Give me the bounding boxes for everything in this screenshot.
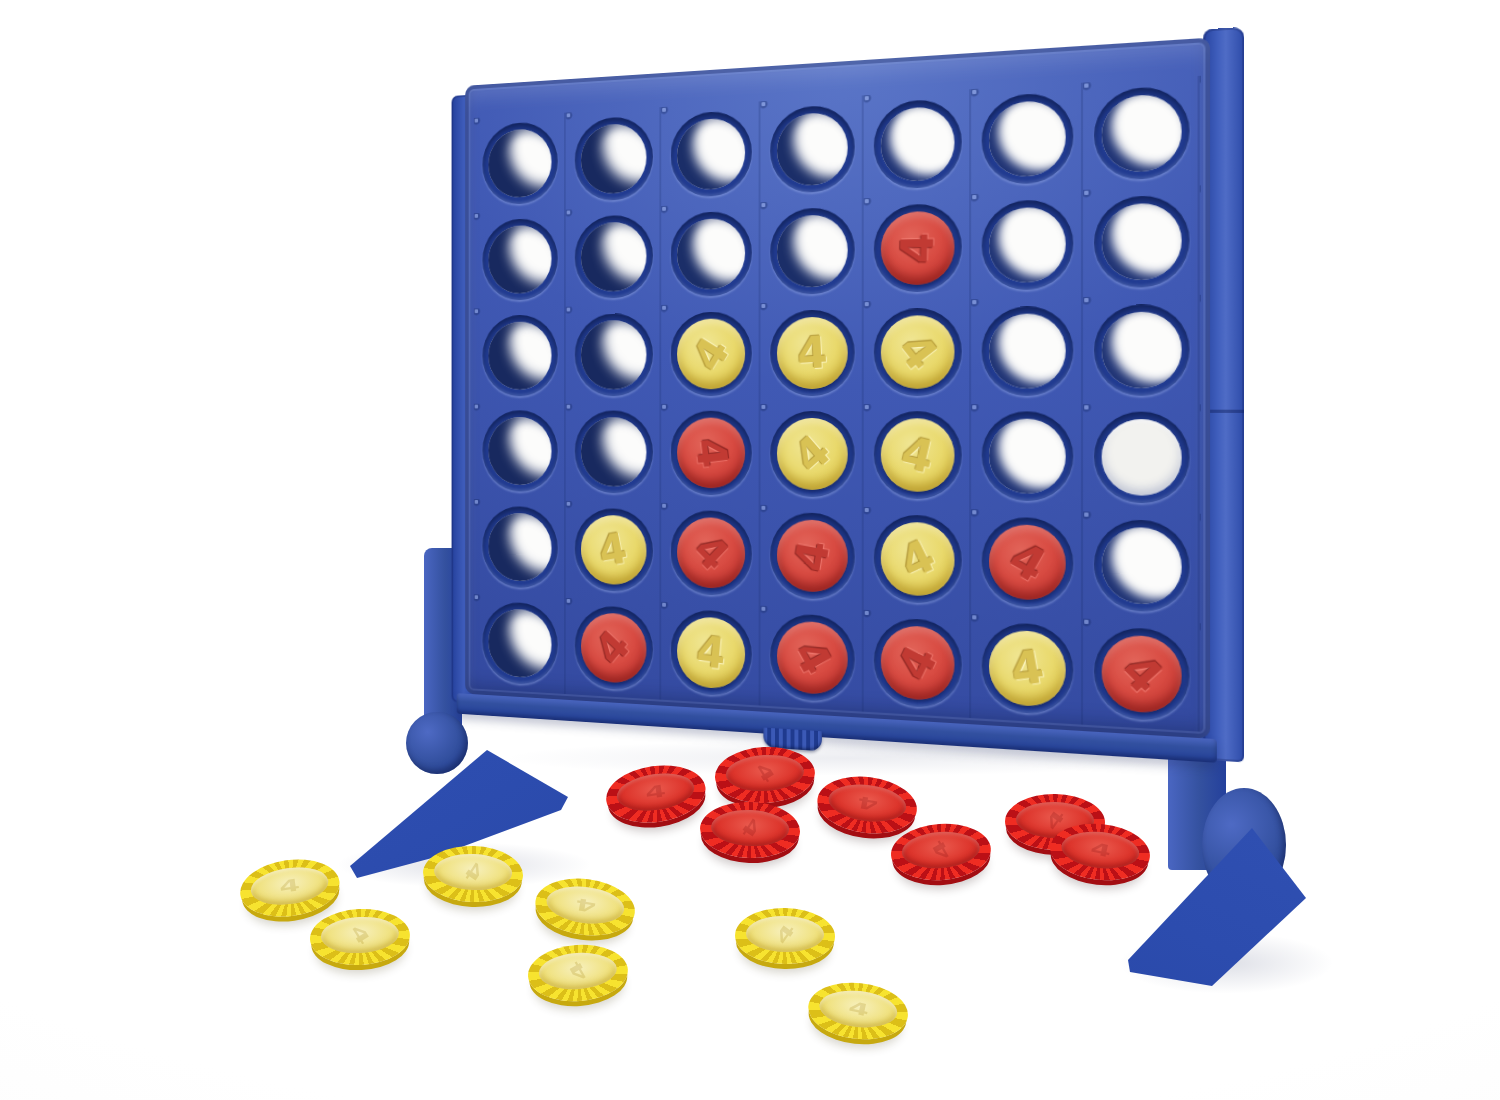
cell-r3c1[interactable] xyxy=(474,306,566,403)
cell-r5c3[interactable]: 4 xyxy=(662,502,761,605)
cell-r1c1[interactable] xyxy=(474,113,566,213)
chip-serrated-rim xyxy=(699,800,801,859)
loose-disc-red[interactable]: 4 xyxy=(713,742,816,809)
chip-serrated-rim xyxy=(714,744,817,805)
cell-r1c7[interactable] xyxy=(1084,76,1201,190)
yellow-disc[interactable]: 4 xyxy=(677,318,745,389)
embossed-4-glyph: 4 xyxy=(772,921,798,948)
empty-hole xyxy=(488,321,551,389)
hole-ring xyxy=(482,601,557,686)
empty-hole xyxy=(881,105,955,182)
chip-serrated-rim xyxy=(236,853,343,922)
loose-disc-yellow[interactable]: 4 xyxy=(422,842,524,907)
empty-hole xyxy=(777,111,848,186)
yellow-disc[interactable]: 4 xyxy=(881,522,955,598)
red-disc[interactable]: 4 xyxy=(677,418,745,489)
empty-hole xyxy=(777,214,848,288)
embossed-4-glyph: 4 xyxy=(752,760,777,786)
empty-hole xyxy=(1102,93,1182,173)
embossed-4-glyph: 4 xyxy=(786,634,839,681)
right-leg-pivot xyxy=(1202,788,1286,902)
cell-r6c5[interactable]: 4 xyxy=(864,609,972,718)
hole-ring xyxy=(670,110,751,198)
cell-r6c2[interactable]: 4 xyxy=(566,597,662,700)
hole-ring xyxy=(1094,194,1190,288)
hole-ring xyxy=(982,305,1074,395)
hole-ring: 4 xyxy=(982,517,1074,609)
cell-r5c7[interactable] xyxy=(1084,511,1201,623)
cell-r1c4[interactable] xyxy=(761,95,864,202)
yellow-disc[interactable]: 4 xyxy=(881,419,955,493)
embossed-4-glyph: 4 xyxy=(596,527,631,574)
chip-top-face: 4 xyxy=(544,882,626,927)
cell-r4c2[interactable] xyxy=(566,403,662,502)
embossed-4-glyph: 4 xyxy=(644,782,667,801)
hole-ring: 4 xyxy=(770,309,855,396)
loose-disc-yellow[interactable]: 4 xyxy=(308,904,411,971)
embossed-4-glyph: 4 xyxy=(278,876,301,895)
embossed-4-glyph: 4 xyxy=(846,999,870,1019)
cell-r3c3[interactable]: 4 xyxy=(662,303,761,404)
empty-hole xyxy=(488,608,551,679)
embossed-4-glyph: 4 xyxy=(928,837,953,863)
hole-ring: 4 xyxy=(874,412,962,501)
loose-disc-red[interactable]: 4 xyxy=(1047,817,1153,889)
board-front-panel: 444444444444444444 xyxy=(465,38,1210,739)
hole-ring xyxy=(770,104,855,194)
yellow-disc[interactable]: 4 xyxy=(777,316,848,389)
empty-hole xyxy=(488,417,551,486)
cell-r6c3[interactable]: 4 xyxy=(662,601,761,706)
hole-ring xyxy=(982,91,1074,185)
embossed-4-glyph: 4 xyxy=(1088,840,1112,860)
chip-serrated-rim xyxy=(1005,793,1106,851)
connect-four-photo-scene: 444444444444444444 44444444444444 xyxy=(0,0,1500,1100)
empty-hole xyxy=(488,513,551,583)
embossed-4-glyph: 4 xyxy=(894,532,942,586)
embossed-4-glyph: 4 xyxy=(460,859,485,886)
red-disc[interactable]: 4 xyxy=(989,524,1066,601)
hole-ring: 4 xyxy=(874,617,962,709)
hole-ring xyxy=(482,217,557,300)
cell-r2c6[interactable] xyxy=(972,190,1084,299)
hole-ring xyxy=(482,121,557,206)
empty-hole xyxy=(581,418,646,488)
embossed-4-glyph: 4 xyxy=(788,537,835,575)
loose-disc-yellow[interactable]: 4 xyxy=(526,940,630,1009)
empty-hole xyxy=(581,319,646,389)
cell-r3c2[interactable] xyxy=(566,305,662,404)
chip-serrated-rim xyxy=(526,942,630,1005)
cell-r2c4[interactable] xyxy=(761,198,864,303)
cell-r2c5[interactable]: 4 xyxy=(864,194,972,301)
chip-serrated-rim xyxy=(422,844,524,903)
cell-r6c6[interactable]: 4 xyxy=(972,613,1084,725)
red-disc[interactable]: 4 xyxy=(881,625,955,702)
empty-hole xyxy=(488,224,551,294)
cell-r3c6[interactable] xyxy=(972,297,1084,404)
hole-ring xyxy=(982,412,1074,502)
left-foot-shadow xyxy=(336,842,592,888)
empty-hole xyxy=(1102,419,1182,496)
yellow-disc[interactable]: 4 xyxy=(677,616,745,690)
board-grid: 444444444444444444 xyxy=(474,76,1201,732)
cell-r5c1[interactable] xyxy=(474,498,566,597)
cell-r5c2[interactable]: 4 xyxy=(566,500,662,601)
hole-ring xyxy=(874,98,962,190)
chip-top-face: 4 xyxy=(711,809,790,848)
hole-ring: 4 xyxy=(574,508,652,593)
embossed-4-glyph: 4 xyxy=(695,629,727,676)
loose-disc-yellow[interactable]: 4 xyxy=(805,976,911,1048)
chip-top-face: 4 xyxy=(725,753,805,793)
cell-r1c5[interactable] xyxy=(864,89,972,198)
red-disc[interactable]: 4 xyxy=(581,612,646,684)
hole-ring: 4 xyxy=(874,202,962,292)
empty-hole xyxy=(989,419,1066,495)
loose-disc-red[interactable]: 4 xyxy=(1004,791,1105,855)
embossed-4-glyph: 4 xyxy=(1002,535,1053,591)
loose-disc-red[interactable]: 4 xyxy=(699,798,801,863)
red-disc[interactable]: 4 xyxy=(777,519,848,593)
hole-ring xyxy=(574,115,652,201)
chip-top-face: 4 xyxy=(538,950,618,991)
loose-disc-yellow[interactable]: 4 xyxy=(236,851,344,926)
chip-serrated-rim xyxy=(735,907,836,965)
chip-serrated-rim xyxy=(602,759,709,828)
embossed-4-glyph: 4 xyxy=(1042,807,1068,834)
cell-r1c2[interactable] xyxy=(566,107,662,209)
cell-r5c6[interactable]: 4 xyxy=(972,508,1084,617)
hole-ring xyxy=(1094,519,1190,613)
embossed-4-glyph: 4 xyxy=(891,639,945,688)
hole-ring: 4 xyxy=(770,512,855,600)
cell-r4c1[interactable] xyxy=(474,403,566,500)
chip-top-face: 4 xyxy=(746,915,825,952)
embossed-4-glyph: 4 xyxy=(1007,644,1047,693)
chip-serrated-rim xyxy=(889,821,993,884)
cell-r5c5[interactable]: 4 xyxy=(864,506,972,613)
hole-ring: 4 xyxy=(670,510,751,597)
hole-ring xyxy=(482,506,557,589)
chip-top-face: 4 xyxy=(818,987,899,1031)
empty-hole xyxy=(1102,311,1182,388)
embossed-4-glyph: 4 xyxy=(686,527,736,579)
embossed-4-glyph: 4 xyxy=(1113,646,1172,702)
hole-ring xyxy=(1094,85,1190,181)
yellow-disc[interactable]: 4 xyxy=(989,629,1066,708)
cell-r2c1[interactable] xyxy=(474,210,566,309)
empty-hole xyxy=(989,313,1066,389)
red-disc[interactable]: 4 xyxy=(1102,634,1182,714)
loose-disc-red[interactable]: 4 xyxy=(814,769,921,843)
cell-r3c5[interactable]: 4 xyxy=(864,299,972,404)
hole-ring: 4 xyxy=(770,411,855,498)
embossed-4-glyph: 4 xyxy=(890,325,945,377)
hole-ring xyxy=(670,210,751,297)
hole-ring: 4 xyxy=(1094,626,1190,722)
hole-ring xyxy=(1094,412,1190,504)
cell-r1c6[interactable] xyxy=(972,83,1084,194)
cell-r4c4[interactable]: 4 xyxy=(761,403,864,506)
empty-hole xyxy=(1102,527,1182,606)
left-leg-pivot xyxy=(406,712,468,774)
connect-four-board: 444444444444444444 xyxy=(452,27,1245,773)
cell-r2c2[interactable] xyxy=(566,206,662,307)
hole-ring: 4 xyxy=(670,311,751,396)
embossed-4-glyph: 4 xyxy=(787,428,838,481)
empty-hole xyxy=(677,117,745,191)
embossed-4-glyph: 4 xyxy=(897,430,938,481)
embossed-4-glyph: 4 xyxy=(856,793,879,813)
hole-ring: 4 xyxy=(874,514,962,604)
cell-r2c7[interactable] xyxy=(1084,185,1201,297)
loose-disc-yellow[interactable]: 4 xyxy=(532,871,639,945)
red-disc[interactable]: 4 xyxy=(677,517,745,590)
hole-ring: 4 xyxy=(670,411,751,496)
hole-ring xyxy=(482,411,557,493)
chip-top-face: 4 xyxy=(826,780,908,825)
chip-serrated-rim xyxy=(1047,819,1152,885)
cell-r4c5[interactable]: 4 xyxy=(864,404,972,509)
chip-top-face: 4 xyxy=(1016,801,1095,838)
cell-r3c4[interactable]: 4 xyxy=(761,301,864,404)
embossed-4-glyph: 4 xyxy=(895,232,941,264)
cell-r2c3[interactable] xyxy=(662,202,761,305)
hole-ring xyxy=(482,314,557,396)
embossed-4-glyph: 4 xyxy=(589,623,638,673)
hole-ring xyxy=(982,198,1074,290)
chip-top-face: 4 xyxy=(248,863,330,910)
loose-disc-yellow[interactable]: 4 xyxy=(734,905,835,969)
embossed-4-glyph: 4 xyxy=(347,922,372,948)
empty-hole xyxy=(488,128,551,199)
cell-r6c4[interactable]: 4 xyxy=(761,605,864,712)
chip-top-face: 4 xyxy=(320,915,400,955)
chip-top-face: 4 xyxy=(434,853,513,892)
empty-hole xyxy=(1102,202,1182,281)
cell-r6c1[interactable] xyxy=(474,593,566,694)
loose-disc-red[interactable]: 4 xyxy=(889,819,993,888)
embossed-4-glyph: 4 xyxy=(796,330,828,376)
hole-ring: 4 xyxy=(770,613,855,703)
chip-top-face: 4 xyxy=(1060,828,1141,872)
empty-hole xyxy=(989,99,1066,178)
cell-r4c6[interactable] xyxy=(972,404,1084,511)
cell-r4c3[interactable]: 4 xyxy=(662,403,761,504)
release-slider-knob[interactable] xyxy=(763,728,822,752)
red-disc[interactable]: 4 xyxy=(881,210,955,285)
hole-ring xyxy=(574,411,652,494)
hole-ring: 4 xyxy=(874,307,962,395)
hole-ring xyxy=(1094,303,1190,395)
embossed-4-glyph: 4 xyxy=(686,330,737,378)
empty-hole xyxy=(677,217,745,289)
red-disc[interactable]: 4 xyxy=(777,620,848,695)
empty-hole xyxy=(989,206,1066,283)
hole-ring xyxy=(574,312,652,395)
empty-hole xyxy=(581,221,646,292)
chip-serrated-rim xyxy=(814,771,920,839)
cell-r4c7[interactable] xyxy=(1084,404,1201,513)
right-foot-shadow xyxy=(1118,932,1334,994)
chip-top-face: 4 xyxy=(614,769,696,816)
embossed-4-glyph: 4 xyxy=(565,958,590,984)
chip-serrated-rim xyxy=(805,978,910,1044)
chip-serrated-rim xyxy=(309,906,412,967)
cell-r5c4[interactable]: 4 xyxy=(761,504,864,609)
cell-r1c3[interactable] xyxy=(662,101,761,206)
hole-ring xyxy=(574,214,652,299)
empty-hole xyxy=(581,122,646,194)
hole-ring: 4 xyxy=(982,622,1074,716)
yellow-disc[interactable]: 4 xyxy=(881,314,955,388)
hole-ring: 4 xyxy=(670,609,751,697)
embossed-4-glyph: 4 xyxy=(737,815,762,842)
yellow-disc[interactable]: 4 xyxy=(777,418,848,491)
cell-r6c7[interactable]: 4 xyxy=(1084,618,1201,732)
chip-top-face: 4 xyxy=(901,829,981,870)
embossed-4-glyph: 4 xyxy=(688,436,733,471)
chip-serrated-rim xyxy=(532,873,638,941)
yellow-disc[interactable]: 4 xyxy=(581,515,646,586)
embossed-4-glyph: 4 xyxy=(574,895,597,915)
hole-ring: 4 xyxy=(574,605,652,691)
cell-r3c7[interactable] xyxy=(1084,294,1201,403)
loose-disc-red[interactable]: 4 xyxy=(602,757,710,832)
hole-ring xyxy=(770,206,855,294)
